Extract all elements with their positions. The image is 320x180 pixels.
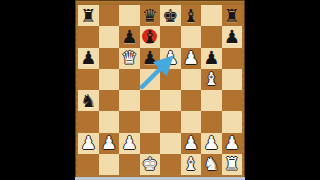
square-g1: ♞ [201,154,222,175]
white-pawn-f2: ♟ [181,133,202,154]
square-b1 [99,154,120,175]
square-g4 [201,90,222,111]
square-d5 [140,69,161,90]
square-f5 [181,69,202,90]
black-pawn-g6: ♟ [201,48,222,69]
letterbox-right [245,0,320,180]
square-c8 [119,5,140,26]
square-e4 [160,90,181,111]
square-a5 [78,69,99,90]
square-h2: ♟ [222,133,243,154]
square-g5: ♝ [201,69,222,90]
square-d1: ♚ [140,154,161,175]
square-e7 [160,26,181,47]
square-c2: ♟ [119,133,140,154]
square-f1: ♝ [181,154,202,175]
black-king-e8: ♚ [160,5,181,26]
square-h4 [222,90,243,111]
square-e1 [160,154,181,175]
square-c1 [119,154,140,175]
square-e3 [160,111,181,132]
square-a1 [78,154,99,175]
white-pawn-b2: ♟ [99,133,120,154]
white-king-d1: ♚ [140,154,161,175]
square-a6: ♟ [78,48,99,69]
square-a4: ♞ [78,90,99,111]
square-f4 [181,90,202,111]
white-bishop-f1: ♝ [181,154,202,175]
black-bishop-d7: ♝ [140,26,161,47]
black-rook-a8: ♜ [78,5,99,26]
white-pawn-c2: ♟ [119,133,140,154]
square-f6: ♟ [181,48,202,69]
square-a2: ♟ [78,133,99,154]
square-d4 [140,90,161,111]
square-c6: ♛ [119,48,140,69]
square-e6: ♟ [160,48,181,69]
square-e5 [160,69,181,90]
black-rook-h8: ♜ [222,5,243,26]
black-pawn-c7: ♟ [119,26,140,47]
chess-board: ♜♛♚♝♜♟♝♟♟♛♟♟♟♟♝♞♟♟♟♟♟♟♚♝♞♜ [78,5,242,175]
white-pawn-f6: ♟ [181,48,202,69]
square-b3 [99,111,120,132]
black-knight-a4: ♞ [78,90,99,111]
square-g6: ♟ [201,48,222,69]
square-h3 [222,111,243,132]
square-d7: ♝ [140,26,161,47]
square-a3 [78,111,99,132]
thumbnail-stage: ♜♛♚♝♜♟♝♟♟♛♟♟♟♟♝♞♟♟♟♟♟♟♚♝♞♜ [0,0,320,180]
bottom-strip [75,177,245,180]
square-f8: ♝ [181,5,202,26]
white-pawn-g2: ♟ [201,133,222,154]
square-c7: ♟ [119,26,140,47]
square-d6: ♟ [140,48,161,69]
white-rook-h1: ♜ [222,154,243,175]
square-d2 [140,133,161,154]
square-a8: ♜ [78,5,99,26]
black-pawn-h7: ♟ [222,26,243,47]
square-g8 [201,5,222,26]
square-b8 [99,5,120,26]
square-f2: ♟ [181,133,202,154]
white-queen-c6: ♛ [119,48,140,69]
square-d3 [140,111,161,132]
square-g7 [201,26,222,47]
square-e8: ♚ [160,5,181,26]
square-c5 [119,69,140,90]
white-pawn-a2: ♟ [78,133,99,154]
black-queen-d8: ♛ [140,5,161,26]
black-pawn-a6: ♟ [78,48,99,69]
square-c4 [119,90,140,111]
square-c3 [119,111,140,132]
square-e2 [160,133,181,154]
square-b4 [99,90,120,111]
square-b5 [99,69,120,90]
white-knight-g1: ♞ [201,154,222,175]
black-bishop-f8: ♝ [181,5,202,26]
square-b7 [99,26,120,47]
square-b2: ♟ [99,133,120,154]
square-a7 [78,26,99,47]
square-g2: ♟ [201,133,222,154]
letterbox-left [0,0,75,180]
square-h5 [222,69,243,90]
black-pawn-d6: ♟ [140,48,161,69]
square-h7: ♟ [222,26,243,47]
square-h8: ♜ [222,5,243,26]
square-f7 [181,26,202,47]
white-bishop-g5: ♝ [201,69,222,90]
square-d8: ♛ [140,5,161,26]
square-h6 [222,48,243,69]
square-f3 [181,111,202,132]
square-b6 [99,48,120,69]
square-g3 [201,111,222,132]
white-pawn-e6: ♟ [160,48,181,69]
square-h1: ♜ [222,154,243,175]
white-pawn-h2: ♟ [222,133,243,154]
